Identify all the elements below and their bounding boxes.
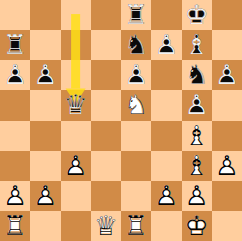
square-a1[interactable]: ♜♖ bbox=[0, 211, 30, 241]
black-pawn[interactable]: ♟♙ bbox=[151, 30, 181, 60]
black-rook[interactable]: ♜♖ bbox=[0, 30, 30, 60]
square-g8[interactable]: ♚♔ bbox=[182, 0, 212, 30]
square-f3[interactable] bbox=[151, 151, 181, 181]
piece-glyph-outline: ♙ bbox=[182, 90, 212, 120]
piece-glyph-outline: ♙ bbox=[0, 181, 30, 211]
square-e8[interactable]: ♜♖ bbox=[121, 0, 151, 30]
white-pawn[interactable]: ♟♙ bbox=[182, 181, 212, 211]
piece-glyph-outline: ♕ bbox=[91, 211, 121, 241]
piece-glyph-outline: ♙ bbox=[151, 181, 181, 211]
piece-glyph-outline: ♗ bbox=[182, 121, 212, 151]
square-h8[interactable] bbox=[212, 0, 242, 30]
piece-glyph-outline: ♙ bbox=[0, 60, 30, 90]
square-f5[interactable] bbox=[151, 90, 181, 120]
piece-glyph-outline: ♖ bbox=[0, 30, 30, 60]
square-b8[interactable] bbox=[30, 0, 60, 30]
square-h2[interactable] bbox=[212, 181, 242, 211]
square-h3[interactable]: ♟♙ bbox=[212, 151, 242, 181]
black-pawn[interactable]: ♟♙ bbox=[182, 90, 212, 120]
piece-glyph-outline: ♙ bbox=[30, 60, 60, 90]
square-a4[interactable] bbox=[0, 121, 30, 151]
black-bishop[interactable]: ♝♗ bbox=[182, 30, 212, 60]
piece-glyph-outline: ♔ bbox=[182, 0, 212, 30]
white-bishop[interactable]: ♝♗ bbox=[182, 151, 212, 181]
black-rook[interactable]: ♜♖ bbox=[121, 0, 151, 30]
square-f6[interactable] bbox=[151, 60, 181, 90]
white-rook[interactable]: ♜♖ bbox=[121, 211, 151, 241]
piece-glyph-outline: ♙ bbox=[30, 181, 60, 211]
square-f4[interactable] bbox=[151, 121, 181, 151]
square-f1[interactable] bbox=[151, 211, 181, 241]
square-h1[interactable] bbox=[212, 211, 242, 241]
square-c6[interactable] bbox=[61, 60, 91, 90]
square-e6[interactable]: ♟♙ bbox=[121, 60, 151, 90]
black-knight[interactable]: ♞♘ bbox=[121, 30, 151, 60]
piece-glyph-outline: ♙ bbox=[61, 151, 91, 181]
black-knight[interactable]: ♞♘ bbox=[182, 60, 212, 90]
piece-glyph-outline: ♘ bbox=[121, 90, 151, 120]
white-knight[interactable]: ♞♘ bbox=[121, 90, 151, 120]
square-a8[interactable] bbox=[0, 0, 30, 30]
piece-glyph-outline: ♕ bbox=[61, 90, 91, 120]
chess-board: ♜♖♚♔♜♖♞♘♟♙♝♗♟♙♟♙♟♙♞♘♟♙♛♕♞♘♟♙♝♗♟♙♝♗♟♙♟♙♟♙… bbox=[0, 0, 242, 241]
piece-glyph-outline: ♘ bbox=[121, 30, 151, 60]
square-b6[interactable]: ♟♙ bbox=[30, 60, 60, 90]
square-c3[interactable]: ♟♙ bbox=[61, 151, 91, 181]
piece-glyph-outline: ♘ bbox=[182, 60, 212, 90]
square-g1[interactable]: ♚♔ bbox=[182, 211, 212, 241]
square-d1[interactable]: ♛♕ bbox=[91, 211, 121, 241]
square-b5[interactable] bbox=[30, 90, 60, 120]
square-c8[interactable] bbox=[61, 0, 91, 30]
piece-glyph-outline: ♙ bbox=[121, 60, 151, 90]
piece-glyph-outline: ♗ bbox=[182, 151, 212, 181]
square-g3[interactable]: ♝♗ bbox=[182, 151, 212, 181]
piece-glyph-outline: ♖ bbox=[0, 211, 30, 241]
square-h4[interactable] bbox=[212, 121, 242, 151]
square-b1[interactable] bbox=[30, 211, 60, 241]
white-bishop[interactable]: ♝♗ bbox=[182, 121, 212, 151]
white-pawn[interactable]: ♟♙ bbox=[61, 151, 91, 181]
white-pawn[interactable]: ♟♙ bbox=[0, 181, 30, 211]
black-pawn[interactable]: ♟♙ bbox=[30, 60, 60, 90]
square-c4[interactable] bbox=[61, 121, 91, 151]
square-g4[interactable]: ♝♗ bbox=[182, 121, 212, 151]
white-queen[interactable]: ♛♕ bbox=[91, 211, 121, 241]
square-h6[interactable]: ♟♙ bbox=[212, 60, 242, 90]
square-e7[interactable]: ♞♘ bbox=[121, 30, 151, 60]
square-d3[interactable] bbox=[91, 151, 121, 181]
square-e4[interactable] bbox=[121, 121, 151, 151]
square-c5[interactable]: ♛♕ bbox=[61, 90, 91, 120]
square-b3[interactable] bbox=[30, 151, 60, 181]
white-pawn[interactable]: ♟♙ bbox=[30, 181, 60, 211]
square-b4[interactable] bbox=[30, 121, 60, 151]
piece-glyph-outline: ♖ bbox=[121, 0, 151, 30]
piece-glyph-outline: ♗ bbox=[182, 30, 212, 60]
black-pawn[interactable]: ♟♙ bbox=[0, 60, 30, 90]
piece-glyph-outline: ♙ bbox=[212, 151, 242, 181]
black-king[interactable]: ♚♔ bbox=[182, 0, 212, 30]
square-d4[interactable] bbox=[91, 121, 121, 151]
square-a5[interactable] bbox=[0, 90, 30, 120]
square-e1[interactable]: ♜♖ bbox=[121, 211, 151, 241]
square-b7[interactable] bbox=[30, 30, 60, 60]
black-pawn[interactable]: ♟♙ bbox=[212, 60, 242, 90]
square-a7[interactable]: ♜♖ bbox=[0, 30, 30, 60]
white-pawn[interactable]: ♟♙ bbox=[212, 151, 242, 181]
piece-glyph-outline: ♔ bbox=[182, 211, 212, 241]
square-b2[interactable]: ♟♙ bbox=[30, 181, 60, 211]
white-king[interactable]: ♚♔ bbox=[182, 211, 212, 241]
white-pawn[interactable]: ♟♙ bbox=[151, 181, 181, 211]
square-e2[interactable] bbox=[121, 181, 151, 211]
square-d7[interactable] bbox=[91, 30, 121, 60]
square-g5[interactable]: ♟♙ bbox=[182, 90, 212, 120]
square-g2[interactable]: ♟♙ bbox=[182, 181, 212, 211]
black-queen[interactable]: ♛♕ bbox=[61, 90, 91, 120]
square-d6[interactable] bbox=[91, 60, 121, 90]
square-d5[interactable] bbox=[91, 90, 121, 120]
square-f8[interactable] bbox=[151, 0, 181, 30]
square-e3[interactable] bbox=[121, 151, 151, 181]
piece-glyph-outline: ♙ bbox=[151, 30, 181, 60]
square-f2[interactable]: ♟♙ bbox=[151, 181, 181, 211]
piece-glyph-outline: ♖ bbox=[121, 211, 151, 241]
white-rook[interactable]: ♜♖ bbox=[0, 211, 30, 241]
square-d8[interactable] bbox=[91, 0, 121, 30]
square-f7[interactable]: ♟♙ bbox=[151, 30, 181, 60]
square-a2[interactable]: ♟♙ bbox=[0, 181, 30, 211]
piece-glyph-outline: ♙ bbox=[212, 60, 242, 90]
square-a6[interactable]: ♟♙ bbox=[0, 60, 30, 90]
square-g6[interactable]: ♞♘ bbox=[182, 60, 212, 90]
piece-glyph-outline: ♙ bbox=[182, 181, 212, 211]
square-c7[interactable] bbox=[61, 30, 91, 60]
square-c2[interactable] bbox=[61, 181, 91, 211]
square-c1[interactable] bbox=[61, 211, 91, 241]
black-pawn[interactable]: ♟♙ bbox=[121, 60, 151, 90]
square-d2[interactable] bbox=[91, 181, 121, 211]
square-h7[interactable] bbox=[212, 30, 242, 60]
square-h5[interactable] bbox=[212, 90, 242, 120]
square-e5[interactable]: ♞♘ bbox=[121, 90, 151, 120]
square-a3[interactable] bbox=[0, 151, 30, 181]
square-g7[interactable]: ♝♗ bbox=[182, 30, 212, 60]
